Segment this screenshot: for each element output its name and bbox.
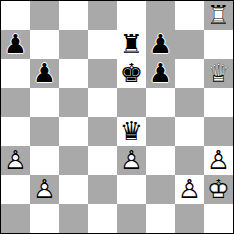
square-e8[interactable] (117, 1, 146, 30)
square-h8[interactable]: ♜♖ (204, 1, 233, 30)
black-pawn-glyph-fill: ♟ (1, 30, 30, 59)
white-pawn-piece: ♟♙ (30, 175, 59, 204)
white-rook-piece: ♜♖ (204, 1, 233, 30)
white-pawn-glyph-outline: ♙ (1, 146, 30, 175)
black-pawn-piece: ♟ (1, 30, 30, 59)
white-queen-glyph-outline: ♕ (204, 59, 233, 88)
white-pawn-piece: ♟♙ (204, 146, 233, 175)
black-queen-piece: ♛ (117, 117, 146, 146)
black-pawn-piece: ♟ (146, 59, 175, 88)
square-a8[interactable] (1, 1, 30, 30)
square-d4[interactable] (88, 117, 117, 146)
square-a6[interactable] (1, 59, 30, 88)
square-a1[interactable] (1, 204, 30, 233)
square-b6[interactable]: ♟ (30, 59, 59, 88)
white-rook-glyph-outline: ♖ (204, 1, 233, 30)
square-a2[interactable] (1, 175, 30, 204)
square-d3[interactable] (88, 146, 117, 175)
square-a3[interactable]: ♟♙ (1, 146, 30, 175)
black-king-piece: ♚ (117, 59, 146, 88)
square-b7[interactable] (30, 30, 59, 59)
square-e6[interactable]: ♚ (117, 59, 146, 88)
square-b4[interactable] (30, 117, 59, 146)
black-pawn-piece: ♟ (30, 59, 59, 88)
square-f3[interactable] (146, 146, 175, 175)
square-c3[interactable] (59, 146, 88, 175)
black-pawn-piece: ♟ (146, 30, 175, 59)
square-e1[interactable] (117, 204, 146, 233)
square-d1[interactable] (88, 204, 117, 233)
square-a4[interactable] (1, 117, 30, 146)
square-f1[interactable] (146, 204, 175, 233)
square-e7[interactable]: ♜ (117, 30, 146, 59)
black-rook-piece: ♜ (117, 30, 146, 59)
square-h2[interactable]: ♚♔ (204, 175, 233, 204)
square-f7[interactable]: ♟ (146, 30, 175, 59)
square-d7[interactable] (88, 30, 117, 59)
square-a7[interactable]: ♟ (1, 30, 30, 59)
square-c8[interactable] (59, 1, 88, 30)
white-pawn-piece: ♟♙ (1, 146, 30, 175)
square-e3[interactable]: ♟♙ (117, 146, 146, 175)
square-h6[interactable]: ♛♕ (204, 59, 233, 88)
square-a5[interactable] (1, 88, 30, 117)
square-f8[interactable] (146, 1, 175, 30)
white-pawn-piece: ♟♙ (117, 146, 146, 175)
square-d8[interactable] (88, 1, 117, 30)
square-g6[interactable] (175, 59, 204, 88)
black-king-glyph-fill: ♚ (117, 59, 146, 88)
square-d2[interactable] (88, 175, 117, 204)
square-c7[interactable] (59, 30, 88, 59)
square-h5[interactable] (204, 88, 233, 117)
square-e4[interactable]: ♛ (117, 117, 146, 146)
square-c2[interactable] (59, 175, 88, 204)
square-g2[interactable]: ♟♙ (175, 175, 204, 204)
black-pawn-glyph-fill: ♟ (146, 30, 175, 59)
black-pawn-glyph-fill: ♟ (146, 59, 175, 88)
square-h3[interactable]: ♟♙ (204, 146, 233, 175)
square-g8[interactable] (175, 1, 204, 30)
square-e2[interactable] (117, 175, 146, 204)
square-h4[interactable] (204, 117, 233, 146)
square-c6[interactable] (59, 59, 88, 88)
square-g4[interactable] (175, 117, 204, 146)
square-b1[interactable] (30, 204, 59, 233)
square-h7[interactable] (204, 30, 233, 59)
square-b3[interactable] (30, 146, 59, 175)
black-pawn-glyph-fill: ♟ (30, 59, 59, 88)
square-b8[interactable] (30, 1, 59, 30)
square-c4[interactable] (59, 117, 88, 146)
square-g3[interactable] (175, 146, 204, 175)
square-c1[interactable] (59, 204, 88, 233)
white-pawn-glyph-outline: ♙ (204, 146, 233, 175)
black-queen-glyph-fill: ♛ (117, 117, 146, 146)
chess-board-frame: ♜♖♟♜♟♟♚♟♛♕♛♟♙♟♙♟♙♟♙♟♙♚♔ (0, 0, 234, 234)
white-pawn-glyph-outline: ♙ (30, 175, 59, 204)
white-king-piece: ♚♔ (204, 175, 233, 204)
square-c5[interactable] (59, 88, 88, 117)
square-d6[interactable] (88, 59, 117, 88)
square-f6[interactable]: ♟ (146, 59, 175, 88)
white-pawn-piece: ♟♙ (175, 175, 204, 204)
square-d5[interactable] (88, 88, 117, 117)
square-b5[interactable] (30, 88, 59, 117)
square-b2[interactable]: ♟♙ (30, 175, 59, 204)
square-f5[interactable] (146, 88, 175, 117)
chess-board: ♜♖♟♜♟♟♚♟♛♕♛♟♙♟♙♟♙♟♙♟♙♚♔ (1, 1, 233, 233)
square-e5[interactable] (117, 88, 146, 117)
square-g1[interactable] (175, 204, 204, 233)
white-queen-piece: ♛♕ (204, 59, 233, 88)
square-h1[interactable] (204, 204, 233, 233)
black-rook-glyph-fill: ♜ (117, 30, 146, 59)
square-g5[interactable] (175, 88, 204, 117)
white-pawn-glyph-outline: ♙ (117, 146, 146, 175)
white-pawn-glyph-outline: ♙ (175, 175, 204, 204)
square-f4[interactable] (146, 117, 175, 146)
square-f2[interactable] (146, 175, 175, 204)
white-king-glyph-outline: ♔ (204, 175, 233, 204)
square-g7[interactable] (175, 30, 204, 59)
